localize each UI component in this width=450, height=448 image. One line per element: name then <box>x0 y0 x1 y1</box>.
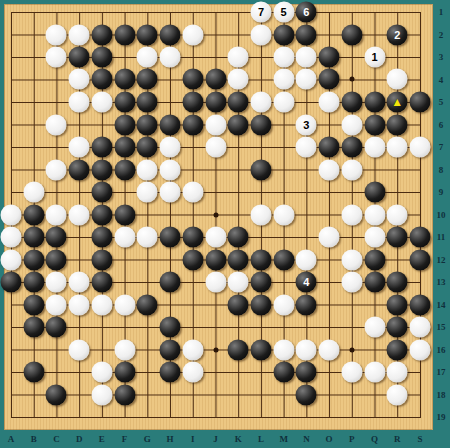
coord-number-10: 10 <box>437 210 446 220</box>
coord-letter-G: G <box>144 434 151 444</box>
white-stone-Q3: 1 <box>364 47 385 68</box>
black-stone-H17 <box>160 362 181 383</box>
coord-number-1: 1 <box>439 7 444 17</box>
black-stone-E2 <box>91 24 112 45</box>
white-stone-I2 <box>182 24 203 45</box>
black-stone-I5 <box>182 92 203 113</box>
coord-letter-M: M <box>279 434 288 444</box>
white-stone-R17 <box>387 362 408 383</box>
black-stone-B17 <box>23 362 44 383</box>
black-stone-C11 <box>46 227 67 248</box>
black-stone-E9 <box>91 182 112 203</box>
coord-number-4: 4 <box>439 75 444 85</box>
black-stone-K5 <box>228 92 249 113</box>
black-stone-D8 <box>69 159 90 180</box>
white-stone-C6 <box>46 114 67 135</box>
black-stone-B11 <box>23 227 44 248</box>
black-stone-S11 <box>410 227 431 248</box>
black-stone-G4 <box>137 69 158 90</box>
coord-number-6: 6 <box>439 120 444 130</box>
white-stone-P12 <box>341 249 362 270</box>
coord-letter-H: H <box>167 434 174 444</box>
coord-number-12: 12 <box>437 255 446 265</box>
white-stone-P10 <box>341 204 362 225</box>
black-stone-E11 <box>91 227 112 248</box>
white-stone-I9 <box>182 182 203 203</box>
coord-number-5: 5 <box>439 97 444 107</box>
black-stone-L12 <box>250 249 271 270</box>
white-stone-I17 <box>182 362 203 383</box>
black-stone-B15 <box>23 317 44 338</box>
white-stone-C2 <box>46 24 67 45</box>
white-stone-M16 <box>273 339 294 360</box>
white-stone-P17 <box>341 362 362 383</box>
black-stone-G7 <box>137 136 158 157</box>
white-stone-F11 <box>114 227 135 248</box>
black-stone-I6 <box>182 114 203 135</box>
black-stone-M12 <box>273 249 294 270</box>
black-stone-I12 <box>182 249 203 270</box>
black-stone-J5 <box>205 92 226 113</box>
white-stone-D14 <box>69 294 90 315</box>
black-stone-N18 <box>296 384 317 405</box>
white-stone-D16 <box>69 339 90 360</box>
white-stone-F16 <box>114 339 135 360</box>
black-stone-N2 <box>296 24 317 45</box>
white-stone-E14 <box>91 294 112 315</box>
white-stone-C14 <box>46 294 67 315</box>
white-stone-O5 <box>319 92 340 113</box>
triangle-marker-icon: ▲ <box>391 96 403 108</box>
coord-number-18: 18 <box>437 390 446 400</box>
white-stone-C8 <box>46 159 67 180</box>
black-stone-C18 <box>46 384 67 405</box>
black-stone-K12 <box>228 249 249 270</box>
black-stone-S5 <box>410 92 431 113</box>
black-stone-Q9 <box>364 182 385 203</box>
black-stone-Q13 <box>364 271 385 292</box>
coord-letter-L: L <box>258 434 264 444</box>
black-stone-F17 <box>114 362 135 383</box>
board-wood: 75621▲34 <box>4 4 433 430</box>
white-stone-E18 <box>91 384 112 405</box>
black-stone-K14 <box>228 294 249 315</box>
move-number-label: 4 <box>303 276 309 287</box>
black-stone-H13 <box>160 271 181 292</box>
black-stone-P7 <box>341 136 362 157</box>
coord-letter-F: F <box>122 434 128 444</box>
black-stone-R6 <box>387 114 408 135</box>
coord-letter-I: I <box>191 434 195 444</box>
black-stone-L13 <box>250 271 271 292</box>
black-stone-E10 <box>91 204 112 225</box>
coord-letter-A: A <box>8 434 15 444</box>
move-number-label: 5 <box>281 7 287 18</box>
hoshi-point <box>213 347 218 352</box>
black-stone-K11 <box>228 227 249 248</box>
white-stone-P13 <box>341 271 362 292</box>
black-stone-F10 <box>114 204 135 225</box>
move-number-label: 1 <box>371 52 377 63</box>
black-stone-G2 <box>137 24 158 45</box>
black-stone-O4 <box>319 69 340 90</box>
white-stone-Q17 <box>364 362 385 383</box>
coord-number-15: 15 <box>437 322 446 332</box>
black-stone-L16 <box>250 339 271 360</box>
white-stone-N12 <box>296 249 317 270</box>
black-stone-R16 <box>387 339 408 360</box>
coord-letter-S: S <box>417 434 422 444</box>
black-stone-R13 <box>387 271 408 292</box>
black-stone-F8 <box>114 159 135 180</box>
black-stone-F4 <box>114 69 135 90</box>
white-stone-H7 <box>160 136 181 157</box>
go-board-frame: 75621▲34 ABCDEFGHIJKLMNOPQRS 12345678910… <box>0 0 450 448</box>
white-stone-K3 <box>228 47 249 68</box>
black-stone-H16 <box>160 339 181 360</box>
white-stone-M4 <box>273 69 294 90</box>
white-stone-M5 <box>273 92 294 113</box>
black-stone-N14 <box>296 294 317 315</box>
black-stone-H11 <box>160 227 181 248</box>
white-stone-O16 <box>319 339 340 360</box>
white-stone-Q11 <box>364 227 385 248</box>
white-stone-D4 <box>69 69 90 90</box>
black-stone-G5 <box>137 92 158 113</box>
black-stone-I4 <box>182 69 203 90</box>
black-stone-R2: 2 <box>387 24 408 45</box>
white-stone-R7 <box>387 136 408 157</box>
coord-number-19: 19 <box>437 412 446 422</box>
black-stone-C12 <box>46 249 67 270</box>
white-stone-S15 <box>410 317 431 338</box>
black-stone-E8 <box>91 159 112 180</box>
black-stone-B13 <box>23 271 44 292</box>
white-stone-E17 <box>91 362 112 383</box>
white-stone-N6: 3 <box>296 114 317 135</box>
black-stone-E7 <box>91 136 112 157</box>
white-stone-F14 <box>114 294 135 315</box>
move-number-label: 2 <box>394 29 400 40</box>
white-stone-D13 <box>69 271 90 292</box>
black-stone-O7 <box>319 136 340 157</box>
move-number-label: 3 <box>303 119 309 130</box>
black-stone-N13: 4 <box>296 271 317 292</box>
black-stone-H2 <box>160 24 181 45</box>
white-stone-N7 <box>296 136 317 157</box>
white-stone-G9 <box>137 182 158 203</box>
white-stone-D5 <box>69 92 90 113</box>
hoshi-point <box>213 212 218 217</box>
white-stone-H3 <box>160 47 181 68</box>
black-stone-O3 <box>319 47 340 68</box>
white-stone-S7 <box>410 136 431 157</box>
white-stone-J11 <box>205 227 226 248</box>
white-stone-Q15 <box>364 317 385 338</box>
white-stone-O8 <box>319 159 340 180</box>
board-grid[interactable]: 75621▲34 <box>11 12 421 418</box>
black-stone-P2 <box>341 24 362 45</box>
black-stone-R15 <box>387 317 408 338</box>
black-stone-R11 <box>387 227 408 248</box>
black-stone-E12 <box>91 249 112 270</box>
black-stone-F18 <box>114 384 135 405</box>
black-stone-N1: 6 <box>296 2 317 23</box>
white-stone-Q10 <box>364 204 385 225</box>
white-stone-L5 <box>250 92 271 113</box>
white-stone-C10 <box>46 204 67 225</box>
white-stone-J7 <box>205 136 226 157</box>
white-stone-B9 <box>23 182 44 203</box>
black-stone-E4 <box>91 69 112 90</box>
white-stone-I16 <box>182 339 203 360</box>
coord-number-2: 2 <box>439 30 444 40</box>
black-stone-Q5 <box>364 92 385 113</box>
black-stone-G6 <box>137 114 158 135</box>
black-stone-L14 <box>250 294 271 315</box>
coord-number-11: 11 <box>437 232 446 242</box>
white-stone-L2 <box>250 24 271 45</box>
white-stone-A12 <box>1 249 22 270</box>
white-stone-C13 <box>46 271 67 292</box>
coord-letter-Q: Q <box>371 434 378 444</box>
white-stone-H9 <box>160 182 181 203</box>
black-stone-S12 <box>410 249 431 270</box>
white-stone-O11 <box>319 227 340 248</box>
black-stone-D3 <box>69 47 90 68</box>
white-stone-K4 <box>228 69 249 90</box>
black-stone-L8 <box>250 159 271 180</box>
black-stone-K6 <box>228 114 249 135</box>
white-stone-L1: 7 <box>250 2 271 23</box>
white-stone-D2 <box>69 24 90 45</box>
white-stone-K13 <box>228 271 249 292</box>
black-stone-B10 <box>23 204 44 225</box>
coord-letter-K: K <box>235 434 242 444</box>
white-stone-R10 <box>387 204 408 225</box>
black-stone-E3 <box>91 47 112 68</box>
black-stone-S14 <box>410 294 431 315</box>
white-stone-A10 <box>1 204 22 225</box>
black-stone-G14 <box>137 294 158 315</box>
hoshi-point <box>349 77 354 82</box>
white-stone-N4 <box>296 69 317 90</box>
white-stone-R4 <box>387 69 408 90</box>
black-stone-I11 <box>182 227 203 248</box>
black-stone-M17 <box>273 362 294 383</box>
black-stone-F2 <box>114 24 135 45</box>
white-stone-M14 <box>273 294 294 315</box>
coord-letter-J: J <box>213 434 218 444</box>
black-stone-J12 <box>205 249 226 270</box>
black-stone-K16 <box>228 339 249 360</box>
coord-number-17: 17 <box>437 367 446 377</box>
black-stone-J4 <box>205 69 226 90</box>
black-stone-L6 <box>250 114 271 135</box>
white-stone-A11 <box>1 227 22 248</box>
coord-letter-P: P <box>349 434 355 444</box>
black-stone-E13 <box>91 271 112 292</box>
move-number-label: 6 <box>303 7 309 18</box>
white-stone-D7 <box>69 136 90 157</box>
black-stone-F6 <box>114 114 135 135</box>
white-stone-M3 <box>273 47 294 68</box>
coord-letter-E: E <box>99 434 105 444</box>
black-stone-R5: ▲ <box>387 92 408 113</box>
white-stone-S16 <box>410 339 431 360</box>
coord-letter-R: R <box>394 434 401 444</box>
coord-number-13: 13 <box>437 277 446 287</box>
white-stone-M10 <box>273 204 294 225</box>
white-stone-L10 <box>250 204 271 225</box>
white-stone-E5 <box>91 92 112 113</box>
white-stone-N16 <box>296 339 317 360</box>
white-stone-J6 <box>205 114 226 135</box>
white-stone-R18 <box>387 384 408 405</box>
black-stone-P5 <box>341 92 362 113</box>
coord-letter-B: B <box>31 434 37 444</box>
black-stone-B12 <box>23 249 44 270</box>
white-stone-G3 <box>137 47 158 68</box>
black-stone-H15 <box>160 317 181 338</box>
white-stone-H8 <box>160 159 181 180</box>
white-stone-D10 <box>69 204 90 225</box>
black-stone-N17 <box>296 362 317 383</box>
coord-number-8: 8 <box>439 165 444 175</box>
move-number-label: 7 <box>258 7 264 18</box>
white-stone-P6 <box>341 114 362 135</box>
coord-letter-D: D <box>76 434 83 444</box>
black-stone-F7 <box>114 136 135 157</box>
black-stone-M2 <box>273 24 294 45</box>
white-stone-P8 <box>341 159 362 180</box>
black-stone-H6 <box>160 114 181 135</box>
white-stone-J13 <box>205 271 226 292</box>
black-stone-R14 <box>387 294 408 315</box>
white-stone-G8 <box>137 159 158 180</box>
white-stone-Q7 <box>364 136 385 157</box>
coord-letter-N: N <box>303 434 310 444</box>
hoshi-point <box>349 347 354 352</box>
black-stone-C15 <box>46 317 67 338</box>
coord-letter-O: O <box>326 434 333 444</box>
coord-letter-C: C <box>53 434 60 444</box>
black-stone-Q6 <box>364 114 385 135</box>
white-stone-N3 <box>296 47 317 68</box>
coord-number-7: 7 <box>439 142 444 152</box>
black-stone-F5 <box>114 92 135 113</box>
black-stone-A13 <box>1 271 22 292</box>
coord-number-16: 16 <box>437 345 446 355</box>
black-stone-Q12 <box>364 249 385 270</box>
white-stone-M1: 5 <box>273 2 294 23</box>
coord-number-14: 14 <box>437 300 446 310</box>
white-stone-C3 <box>46 47 67 68</box>
white-stone-G11 <box>137 227 158 248</box>
black-stone-B14 <box>23 294 44 315</box>
coord-number-9: 9 <box>439 187 444 197</box>
coord-number-3: 3 <box>439 52 444 62</box>
